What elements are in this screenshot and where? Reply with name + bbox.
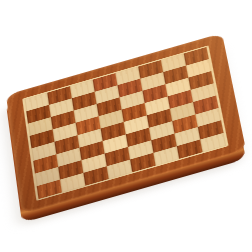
- board-grid: [22, 45, 228, 201]
- photo-background: [0, 0, 252, 252]
